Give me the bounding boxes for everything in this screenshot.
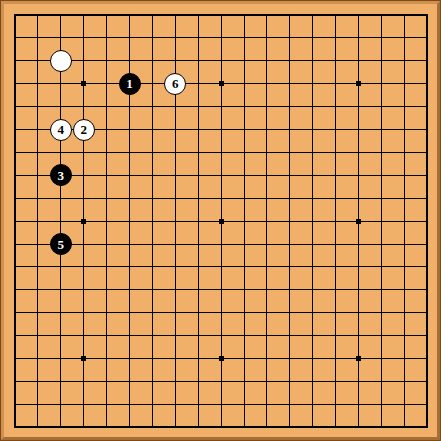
- grid-line: [15, 312, 428, 313]
- grid-line: [335, 15, 336, 428]
- grid-line: [404, 15, 405, 428]
- star-point: [81, 356, 86, 361]
- stone-label: 5: [58, 237, 65, 250]
- grid-line: [15, 289, 428, 290]
- stone-label: 3: [58, 168, 65, 181]
- go-board-frame: 123456: [0, 0, 441, 441]
- star-point: [356, 356, 361, 361]
- grid-line: [15, 335, 428, 336]
- star-point: [219, 219, 224, 224]
- grid-line: [244, 15, 245, 428]
- grid-line: [15, 381, 428, 382]
- star-point: [356, 219, 361, 224]
- star-point: [356, 81, 361, 86]
- stone-black-5: 5: [50, 233, 72, 255]
- grid-line: [266, 15, 267, 428]
- stone-white-4: 4: [50, 119, 72, 141]
- stone-white: [50, 50, 72, 72]
- stone-black-1: 1: [119, 73, 141, 95]
- stone-label: 1: [126, 77, 133, 90]
- stone-label: 6: [172, 77, 179, 90]
- grid-line: [15, 404, 428, 405]
- grid-line: [15, 266, 428, 267]
- stone-white-2: 2: [73, 119, 95, 141]
- stone-black-3: 3: [50, 164, 72, 186]
- star-point: [219, 356, 224, 361]
- grid-line: [15, 244, 428, 245]
- stone-label: 4: [58, 123, 65, 136]
- star-point: [81, 219, 86, 224]
- star-point: [81, 81, 86, 86]
- stone-white-6: 6: [164, 73, 186, 95]
- stone-label: 2: [80, 123, 87, 136]
- grid-line: [381, 15, 382, 428]
- grid-line: [289, 15, 290, 428]
- grid-line: [312, 15, 313, 428]
- star-point: [219, 81, 224, 86]
